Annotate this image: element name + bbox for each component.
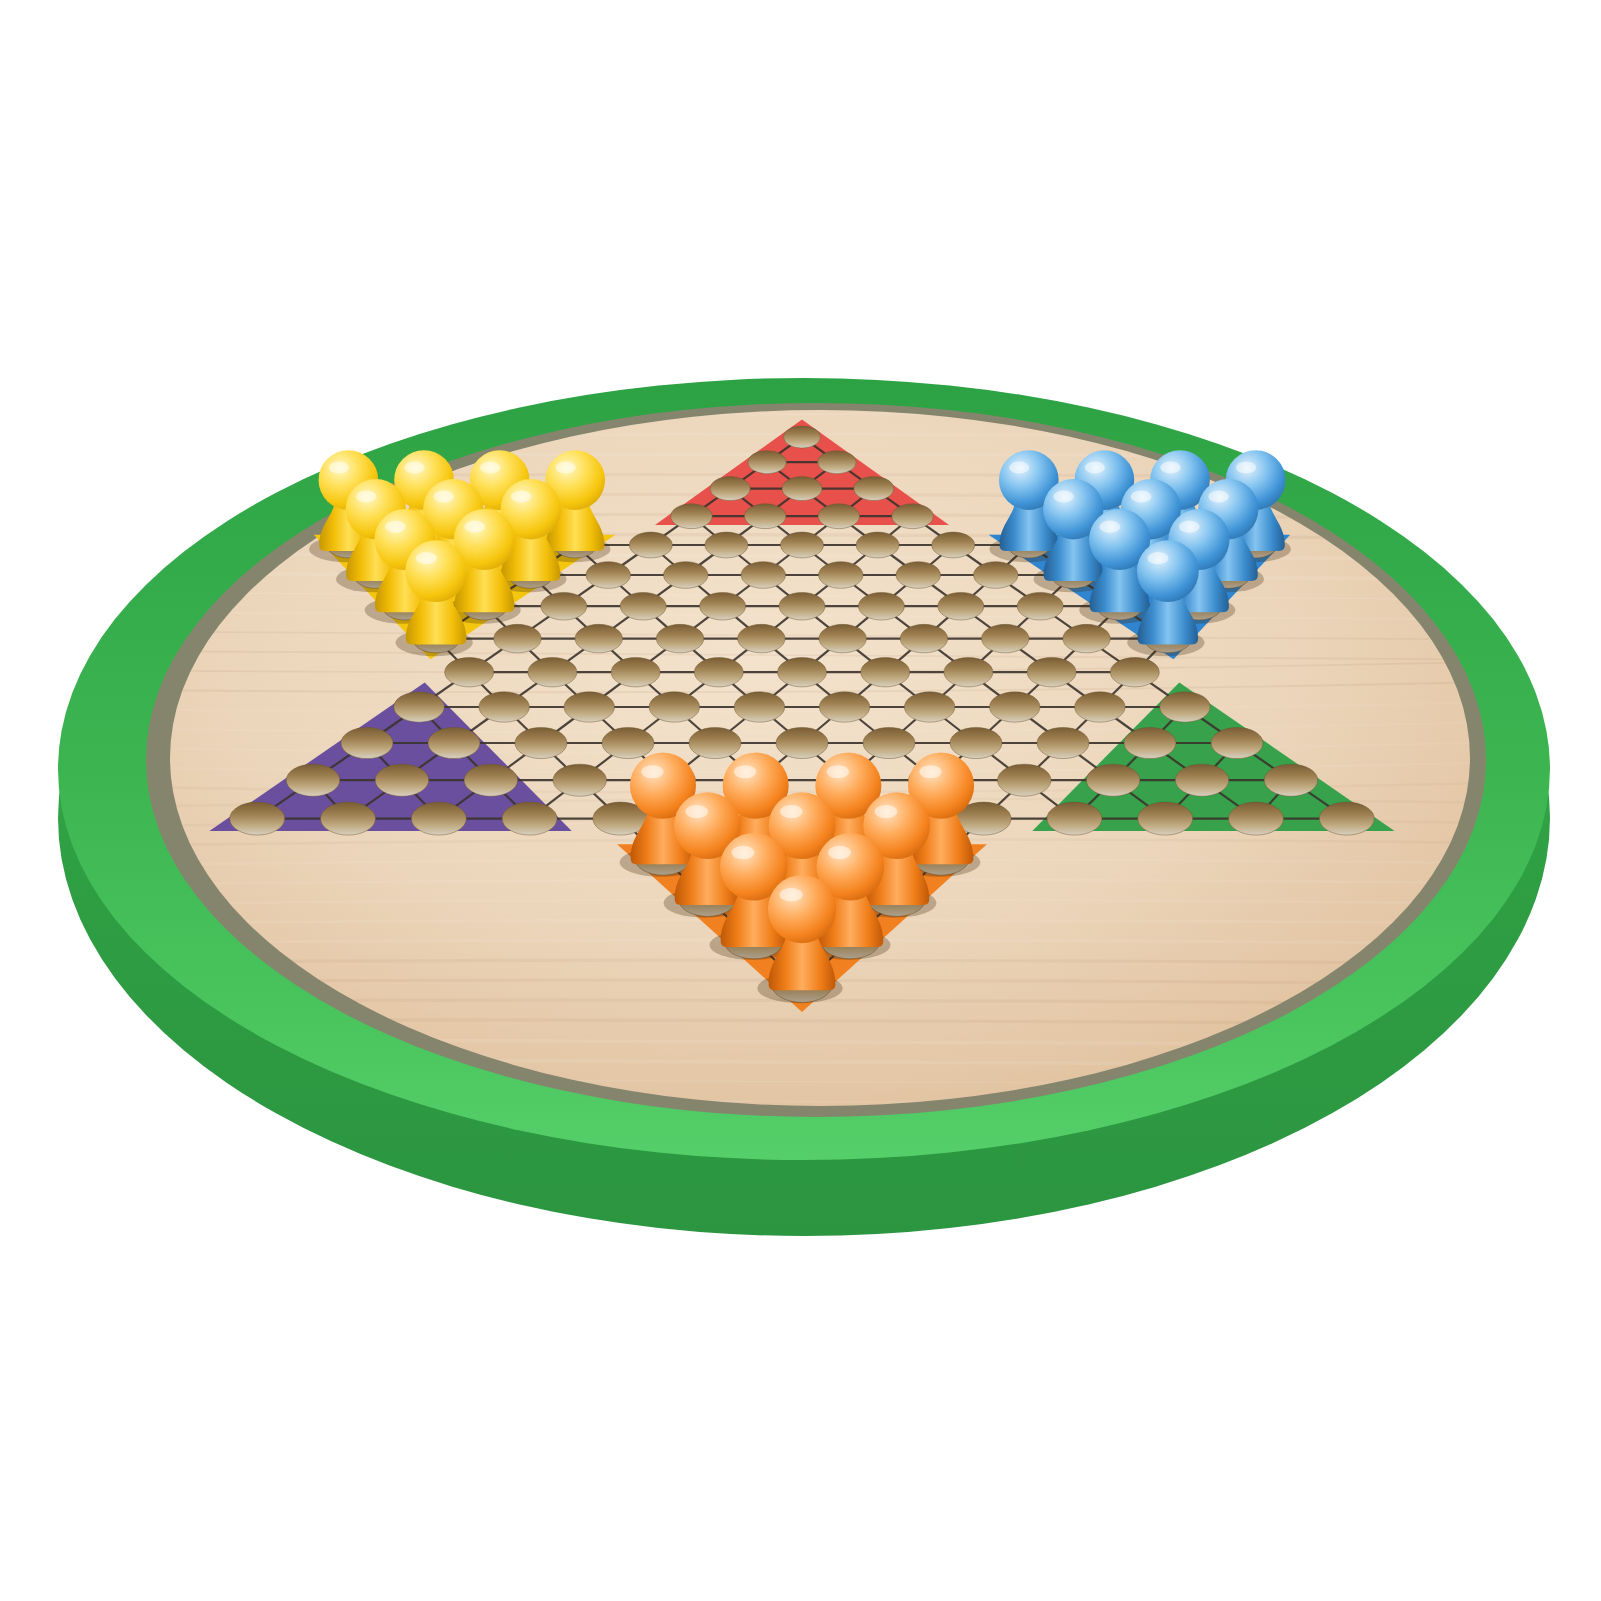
peg-highlight: [875, 805, 898, 818]
hole-8-5[interactable]: [861, 658, 910, 687]
hole-12-11[interactable]: [1229, 802, 1284, 835]
peg-highlight: [828, 846, 851, 860]
peg-highlight: [641, 765, 663, 778]
peg-highlight: [356, 490, 377, 502]
hole-12-0[interactable]: [230, 802, 285, 835]
peg-highlight: [464, 521, 485, 533]
peg-highlight: [1053, 490, 1074, 502]
hole-11-1[interactable]: [375, 764, 429, 796]
hole-4-7[interactable]: [856, 532, 899, 558]
hole-5-6[interactable]: [819, 562, 864, 589]
peg-highlight: [1085, 462, 1105, 474]
peg-highlight: [1236, 462, 1256, 474]
hole-11-2[interactable]: [464, 764, 517, 796]
hole-11-0[interactable]: [286, 764, 340, 796]
hole-2-1[interactable]: [782, 477, 822, 501]
hole-7-2[interactable]: [575, 624, 623, 653]
peg-highlight: [731, 846, 754, 860]
hole-8-7[interactable]: [1027, 658, 1076, 687]
hole-3-1[interactable]: [744, 504, 786, 529]
hole-10-10[interactable]: [1211, 727, 1263, 758]
hole-0-0[interactable]: [784, 426, 821, 448]
hole-8-3[interactable]: [694, 658, 743, 687]
hole-10-9[interactable]: [1124, 727, 1176, 758]
hole-11-3[interactable]: [553, 764, 607, 796]
hole-6-4[interactable]: [700, 592, 746, 620]
chinese-checkers-board: [0, 0, 1601, 1601]
peg-highlight: [779, 888, 802, 902]
peg-highlight: [1160, 462, 1180, 474]
hole-10-4[interactable]: [689, 727, 741, 758]
hole-2-0[interactable]: [710, 477, 750, 501]
peg-highlight: [556, 462, 576, 474]
hole-8-6[interactable]: [944, 658, 993, 687]
hole-6-6[interactable]: [858, 592, 904, 620]
peg-head: [1137, 540, 1199, 602]
peg-highlight: [919, 765, 941, 778]
hole-10-1[interactable]: [428, 727, 480, 758]
peg-highlight: [416, 552, 437, 564]
hole-4-5[interactable]: [705, 532, 748, 558]
hole-12-9[interactable]: [1047, 802, 1102, 835]
peg-head: [405, 540, 467, 602]
peg-highlight: [1131, 490, 1152, 502]
hole-5-7[interactable]: [896, 562, 941, 589]
hole-7-7[interactable]: [982, 624, 1030, 653]
hole-12-3[interactable]: [502, 802, 557, 835]
hole-10-8[interactable]: [1037, 727, 1089, 758]
hole-12-12[interactable]: [1319, 802, 1374, 835]
hole-10-7[interactable]: [950, 727, 1002, 758]
hole-11-11[interactable]: [1264, 764, 1318, 796]
hole-1-1[interactable]: [818, 451, 857, 474]
hole-8-2[interactable]: [611, 658, 660, 687]
hole-12-10[interactable]: [1138, 802, 1193, 835]
hole-5-3[interactable]: [586, 562, 631, 589]
peg-highlight: [1208, 490, 1229, 502]
hole-5-8[interactable]: [974, 562, 1019, 589]
hole-9-7[interactable]: [990, 692, 1041, 722]
hole-6-2[interactable]: [541, 592, 587, 620]
hole-7-8[interactable]: [1063, 624, 1111, 653]
hole-9-9[interactable]: [1160, 692, 1211, 722]
hole-12-2[interactable]: [411, 802, 466, 835]
peg-highlight: [480, 462, 500, 474]
hole-10-2[interactable]: [515, 727, 567, 758]
hole-6-8[interactable]: [1017, 592, 1063, 620]
hole-10-5[interactable]: [776, 727, 828, 758]
hole-9-1[interactable]: [479, 692, 530, 722]
hole-7-5[interactable]: [819, 624, 867, 653]
hole-4-4[interactable]: [629, 532, 672, 558]
hole-9-4[interactable]: [734, 692, 785, 722]
hole-4-6[interactable]: [781, 532, 824, 558]
hole-7-3[interactable]: [656, 624, 704, 653]
hole-10-3[interactable]: [602, 727, 654, 758]
hole-4-8[interactable]: [932, 532, 975, 558]
hole-10-6[interactable]: [863, 727, 915, 758]
hole-11-8[interactable]: [998, 764, 1052, 796]
hole-7-6[interactable]: [900, 624, 948, 653]
peg-highlight: [404, 462, 424, 474]
hole-3-3[interactable]: [892, 504, 934, 529]
hole-3-2[interactable]: [818, 504, 860, 529]
hole-8-8[interactable]: [1110, 658, 1159, 687]
hole-5-5[interactable]: [741, 562, 786, 589]
hole-2-2[interactable]: [854, 477, 894, 501]
hole-6-3[interactable]: [620, 592, 666, 620]
hole-9-3[interactable]: [649, 692, 700, 722]
peg-highlight: [685, 805, 708, 818]
peg-highlight: [780, 805, 803, 818]
peg-highlight: [385, 521, 406, 533]
hole-8-4[interactable]: [778, 658, 827, 687]
peg-head: [768, 875, 836, 943]
hole-8-1[interactable]: [528, 658, 577, 687]
peg-highlight: [329, 462, 349, 474]
peg-highlight: [433, 490, 454, 502]
peg-highlight: [734, 765, 756, 778]
hole-11-9[interactable]: [1086, 764, 1140, 796]
hole-10-0[interactable]: [341, 727, 393, 758]
hole-7-4[interactable]: [738, 624, 786, 653]
hole-9-0[interactable]: [394, 692, 445, 722]
peg-highlight: [511, 490, 532, 502]
photo-stage: [0, 0, 1601, 1601]
hole-6-5[interactable]: [779, 592, 825, 620]
peg-highlight: [1147, 552, 1168, 564]
peg-highlight: [827, 765, 849, 778]
hole-1-0[interactable]: [748, 451, 787, 474]
hole-9-2[interactable]: [564, 692, 615, 722]
hole-11-10[interactable]: [1175, 764, 1229, 796]
hole-9-6[interactable]: [904, 692, 955, 722]
hole-8-0[interactable]: [445, 658, 494, 687]
peg-highlight: [1099, 521, 1120, 533]
hole-12-1[interactable]: [321, 802, 376, 835]
hole-3-0[interactable]: [671, 504, 713, 529]
peg-highlight: [1009, 462, 1029, 474]
hole-9-8[interactable]: [1075, 692, 1126, 722]
hole-7-1[interactable]: [494, 624, 542, 653]
hole-5-4[interactable]: [664, 562, 709, 589]
hole-6-7[interactable]: [938, 592, 984, 620]
hole-9-5[interactable]: [819, 692, 870, 722]
peg-highlight: [1179, 521, 1200, 533]
